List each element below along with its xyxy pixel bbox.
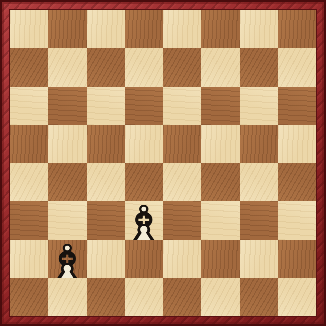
square-b2[interactable]: ♝♗ xyxy=(48,240,86,278)
square-g7[interactable] xyxy=(240,48,278,86)
square-c7[interactable] xyxy=(87,48,125,86)
square-d4[interactable] xyxy=(125,163,163,201)
square-c4[interactable] xyxy=(87,163,125,201)
square-c5[interactable] xyxy=(87,125,125,163)
square-a7[interactable] xyxy=(10,48,48,86)
chess-board: ♝♗♝♗ xyxy=(10,10,316,316)
square-f8[interactable] xyxy=(201,10,239,48)
square-f1[interactable] xyxy=(201,278,239,316)
square-d8[interactable] xyxy=(125,10,163,48)
square-d6[interactable] xyxy=(125,87,163,125)
square-c3[interactable] xyxy=(87,201,125,239)
square-a6[interactable] xyxy=(10,87,48,125)
square-h2[interactable] xyxy=(278,240,316,278)
square-g5[interactable] xyxy=(240,125,278,163)
square-g2[interactable] xyxy=(240,240,278,278)
square-e8[interactable] xyxy=(163,10,201,48)
square-h3[interactable] xyxy=(278,201,316,239)
square-h7[interactable] xyxy=(278,48,316,86)
square-b5[interactable] xyxy=(48,125,86,163)
square-a8[interactable] xyxy=(10,10,48,48)
square-e5[interactable] xyxy=(163,125,201,163)
square-f5[interactable] xyxy=(201,125,239,163)
square-g4[interactable] xyxy=(240,163,278,201)
square-h8[interactable] xyxy=(278,10,316,48)
square-f7[interactable] xyxy=(201,48,239,86)
square-c1[interactable] xyxy=(87,278,125,316)
square-e2[interactable] xyxy=(163,240,201,278)
square-b8[interactable] xyxy=(48,10,86,48)
square-b7[interactable] xyxy=(48,48,86,86)
square-g1[interactable] xyxy=(240,278,278,316)
square-f2[interactable] xyxy=(201,240,239,278)
square-g3[interactable] xyxy=(240,201,278,239)
white-bishop[interactable]: ♝♗ xyxy=(48,240,86,278)
square-e3[interactable] xyxy=(163,201,201,239)
square-f3[interactable] xyxy=(201,201,239,239)
square-h6[interactable] xyxy=(278,87,316,125)
square-h1[interactable] xyxy=(278,278,316,316)
square-b1[interactable] xyxy=(48,278,86,316)
square-d2[interactable] xyxy=(125,240,163,278)
board-frame: ♝♗♝♗ xyxy=(0,0,326,326)
square-d7[interactable] xyxy=(125,48,163,86)
square-c8[interactable] xyxy=(87,10,125,48)
square-c6[interactable] xyxy=(87,87,125,125)
square-d3[interactable]: ♝♗ xyxy=(125,201,163,239)
square-c2[interactable] xyxy=(87,240,125,278)
square-a3[interactable] xyxy=(10,201,48,239)
square-d1[interactable] xyxy=(125,278,163,316)
square-d5[interactable] xyxy=(125,125,163,163)
square-b3[interactable] xyxy=(48,201,86,239)
square-a5[interactable] xyxy=(10,125,48,163)
square-e1[interactable] xyxy=(163,278,201,316)
square-b6[interactable] xyxy=(48,87,86,125)
square-g8[interactable] xyxy=(240,10,278,48)
square-g6[interactable] xyxy=(240,87,278,125)
square-a4[interactable] xyxy=(10,163,48,201)
square-e6[interactable] xyxy=(163,87,201,125)
white-bishop[interactable]: ♝♗ xyxy=(125,201,163,239)
square-b4[interactable] xyxy=(48,163,86,201)
square-f6[interactable] xyxy=(201,87,239,125)
square-a2[interactable] xyxy=(10,240,48,278)
square-e4[interactable] xyxy=(163,163,201,201)
square-f4[interactable] xyxy=(201,163,239,201)
square-a1[interactable] xyxy=(10,278,48,316)
square-e7[interactable] xyxy=(163,48,201,86)
square-h5[interactable] xyxy=(278,125,316,163)
square-h4[interactable] xyxy=(278,163,316,201)
